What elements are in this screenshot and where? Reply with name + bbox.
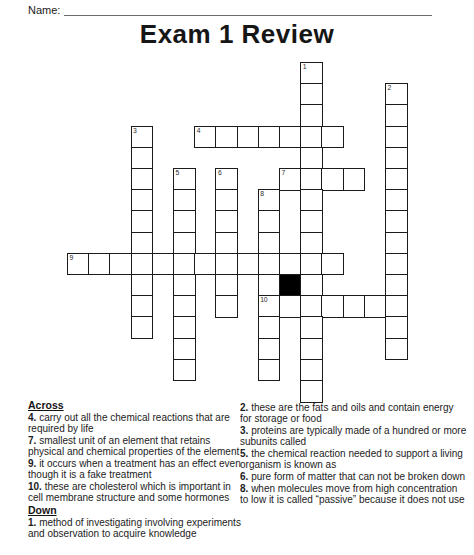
grid-cell	[300, 126, 323, 149]
grid-cell	[131, 253, 154, 276]
clue-number: 7.	[28, 435, 39, 446]
grid-cell	[131, 189, 154, 212]
grid-cell	[131, 232, 154, 255]
grid-cell	[131, 295, 154, 318]
clue-number: 4.	[28, 412, 39, 423]
name-label: Name:	[28, 4, 60, 16]
grid-cell	[385, 232, 408, 255]
grid-cell	[300, 253, 323, 276]
grid-cell	[385, 147, 408, 170]
grid-cell	[258, 338, 281, 361]
grid-cell	[300, 380, 323, 403]
grid-cell	[131, 274, 154, 297]
cell-number: 10	[260, 296, 267, 304]
cell-number: 4	[197, 127, 200, 135]
clue-3: 3. proteins are typically made of a hund…	[240, 425, 467, 447]
grid-cell: 2	[385, 83, 408, 106]
clue-number: 9.	[28, 458, 39, 469]
clue-10: 10. these are cholesterol which is impor…	[28, 481, 242, 503]
grid-cell	[237, 126, 260, 149]
name-blank-line	[64, 3, 432, 16]
grid-cell	[385, 295, 408, 318]
grid-cell: 1	[300, 62, 323, 85]
clue-number: 1.	[28, 517, 39, 528]
cell-number: 8	[260, 190, 263, 198]
clue-number: 8.	[240, 483, 251, 494]
grid-cell	[385, 210, 408, 233]
grid-cell	[173, 359, 196, 382]
grid-cell	[300, 210, 323, 233]
clues-right-column: 2. these are the fats and oils and conta…	[240, 402, 467, 506]
clue-4: 4. carry out all the chemical reactions …	[28, 412, 242, 434]
grid-cell	[279, 253, 302, 276]
clue-number: 3.	[240, 425, 251, 436]
grid-cell	[321, 253, 344, 276]
grid-cell	[173, 253, 196, 276]
grid-cell	[258, 253, 281, 276]
grid-cell	[173, 295, 196, 318]
grid-cell	[194, 253, 217, 276]
clue-5: 5. the chemical reaction needed to suppo…	[240, 448, 467, 470]
grid-cell	[258, 232, 281, 255]
grid-cell	[321, 295, 344, 318]
grid-cell	[300, 83, 323, 106]
grid-cell	[300, 338, 323, 361]
cell-number: 2	[388, 84, 391, 92]
grid-cell	[258, 210, 281, 233]
clue-6: 6. pure form of matter that can not be b…	[240, 471, 467, 482]
clue-8: 8. when molecules move from high concent…	[240, 483, 467, 505]
grid-cell	[385, 189, 408, 212]
grid-cell	[300, 147, 323, 170]
crossword-grid: 12345678910	[67, 62, 408, 403]
grid-cell	[364, 295, 387, 318]
grid-cell	[300, 274, 323, 297]
grid-cell	[300, 359, 323, 382]
grid-cell	[173, 338, 196, 361]
clue-1: 1. method of investigating involving exp…	[28, 517, 242, 539]
grid-cell	[215, 210, 238, 233]
down-header: Down	[28, 504, 242, 516]
cell-number: 7	[282, 169, 285, 177]
grid-cell	[131, 316, 154, 339]
grid-cell	[237, 253, 260, 276]
grid-cell	[343, 295, 366, 318]
grid-cell	[215, 232, 238, 255]
grid-cell	[300, 168, 323, 191]
page-title: Exam 1 Review	[0, 19, 474, 50]
cell-number: 5	[176, 169, 179, 177]
grid-cell	[215, 189, 238, 212]
grid-cell	[385, 168, 408, 191]
grid-cell: 10	[258, 295, 281, 318]
grid-cell	[109, 253, 132, 276]
grid-cell: 6	[215, 168, 238, 191]
grid-cell	[385, 274, 408, 297]
worksheet-page: Name: Exam 1 Review 12345678910 Across4.…	[0, 0, 474, 555]
grid-cell	[131, 168, 154, 191]
grid-cell	[173, 189, 196, 212]
name-row: Name:	[28, 2, 432, 16]
cell-number: 9	[70, 254, 73, 262]
grid-cell	[215, 126, 238, 149]
across-header: Across	[28, 399, 242, 411]
grid-cell	[385, 316, 408, 339]
grid-cell	[385, 253, 408, 276]
clue-number: 10.	[28, 481, 45, 492]
grid-cell	[173, 274, 196, 297]
black-cell	[279, 274, 302, 297]
grid-cell	[279, 126, 302, 149]
clue-number: 6.	[240, 471, 251, 482]
grid-cell	[385, 104, 408, 127]
grid-cell	[321, 126, 344, 149]
grid-cell: 8	[258, 189, 281, 212]
grid-cell	[258, 274, 281, 297]
grid-cell	[131, 147, 154, 170]
grid-cell	[279, 295, 302, 318]
grid-cell	[215, 274, 238, 297]
grid-cell	[173, 232, 196, 255]
grid-cell: 3	[131, 126, 154, 149]
clues-left-column: Across4. carry out all the chemical reac…	[28, 399, 242, 540]
grid-cell	[215, 253, 238, 276]
grid-cell	[300, 316, 323, 339]
grid-cell	[131, 210, 154, 233]
clue-number: 2.	[240, 402, 251, 413]
cell-number: 1	[303, 63, 306, 71]
grid-cell: 4	[194, 126, 217, 149]
grid-cell	[300, 104, 323, 127]
grid-cell	[88, 253, 111, 276]
grid-cell	[258, 359, 281, 382]
grid-cell: 7	[279, 168, 302, 191]
clue-2: 2. these are the fats and oils and conta…	[240, 402, 467, 424]
grid-cell	[173, 210, 196, 233]
grid-cell	[300, 295, 323, 318]
clue-number: 5.	[240, 448, 251, 459]
clue-9: 9. it occurs when a treatment has an eff…	[28, 458, 242, 480]
grid-cell	[321, 168, 344, 191]
grid-cell	[152, 253, 175, 276]
grid-cell: 9	[67, 253, 90, 276]
grid-cell	[300, 232, 323, 255]
grid-cell: 5	[173, 168, 196, 191]
cell-number: 3	[133, 127, 136, 135]
grid-cell	[385, 338, 408, 361]
grid-cell	[258, 316, 281, 339]
grid-cell	[343, 168, 366, 191]
cell-number: 6	[218, 169, 221, 177]
grid-cell	[385, 126, 408, 149]
grid-cell	[258, 126, 281, 149]
grid-cell	[215, 295, 238, 318]
grid-cell	[173, 316, 196, 339]
clue-7: 7. smallest unit of an element that reta…	[28, 435, 242, 457]
grid-cell	[300, 189, 323, 212]
